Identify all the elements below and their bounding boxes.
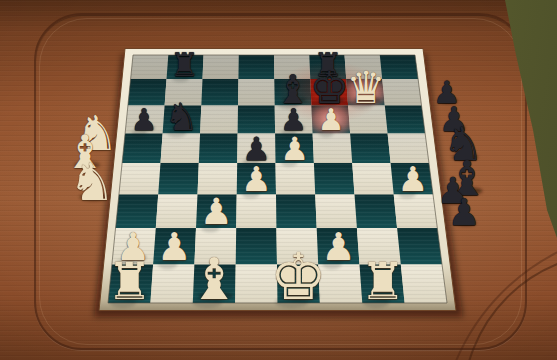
piece-white-pawn-d4[interactable]: ♟ xyxy=(241,162,272,196)
captured-black-pawn-6: ♟ xyxy=(447,194,480,231)
piece-white-pawn-h4[interactable]: ♟ xyxy=(397,162,428,196)
piece-black-rook-b8[interactable]: ♜ xyxy=(170,49,199,82)
piece-white-bishop-c1[interactable]: ♝ xyxy=(188,251,240,309)
piece-white-pawn-e5[interactable]: ♟ xyxy=(280,133,309,165)
piece-white-pawn-c3[interactable]: ♟ xyxy=(200,194,233,230)
piece-white-rook-g1[interactable]: ♜ xyxy=(360,256,406,307)
piece-black-pawn-a6[interactable]: ♟ xyxy=(131,105,158,135)
piece-white-king-e1[interactable]: ♚ xyxy=(270,246,327,310)
captured-white-knight-3: ♞ xyxy=(69,156,116,208)
piece-white-queen-g7[interactable]: ♛ xyxy=(346,66,386,110)
chess-game-window: ♜♜♝♚♛♟♞♟♟♟♟♟♟♟♟♟♟♜♝♚♜♞♝♞♟♟♞♝♟♟ xyxy=(0,0,557,360)
piece-white-pawn-b2[interactable]: ♟ xyxy=(157,228,191,266)
piece-white-pawn-f6[interactable]: ♟ xyxy=(318,105,345,135)
piece-white-rook-a1[interactable]: ♜ xyxy=(107,256,153,307)
piece-black-knight-b6[interactable]: ♞ xyxy=(165,99,199,137)
